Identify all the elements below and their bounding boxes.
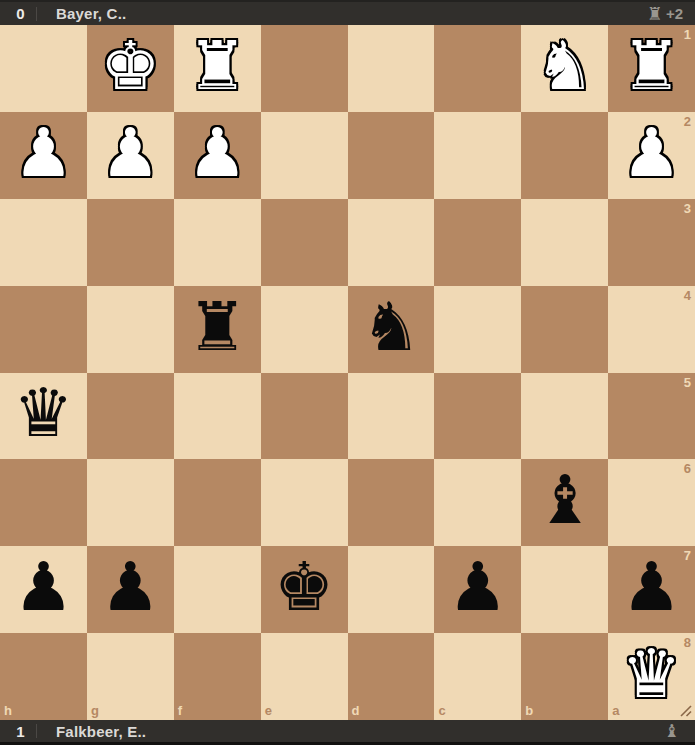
rank-label-2: 2 [684, 115, 691, 128]
square-g1[interactable]: ♚ [87, 25, 174, 112]
top-player-score: 0 [14, 5, 27, 22]
square-a7[interactable]: 7♟ [608, 546, 695, 633]
square-a4[interactable]: 4 [608, 286, 695, 373]
chess-board[interactable]: ♚♜♞1♜♟♟♟2♟3♜♞4♛5♝6♟♟♚♟7♟hgfedcb8a♛ [0, 25, 695, 720]
square-h7[interactable]: ♟ [0, 546, 87, 633]
square-f4[interactable]: ♜ [174, 286, 261, 373]
rank-label-5: 5 [684, 376, 691, 389]
white-queen[interactable]: ♛ [622, 641, 682, 712]
file-label-b: b [525, 704, 533, 717]
white-rook[interactable]: ♜ [187, 33, 247, 104]
black-bishop[interactable]: ♝ [535, 467, 595, 538]
square-b2[interactable] [521, 112, 608, 199]
square-g7[interactable]: ♟ [87, 546, 174, 633]
rank-label-1: 1 [684, 28, 691, 41]
square-g4[interactable] [87, 286, 174, 373]
square-f5[interactable] [174, 373, 261, 460]
square-f2[interactable]: ♟ [174, 112, 261, 199]
black-pawn[interactable]: ♟ [448, 554, 508, 625]
rank-label-6: 6 [684, 462, 691, 475]
square-d1[interactable] [348, 25, 435, 112]
square-h2[interactable]: ♟ [0, 112, 87, 199]
file-label-f: f [178, 704, 182, 717]
square-e8[interactable]: e [261, 633, 348, 720]
square-d4[interactable]: ♞ [348, 286, 435, 373]
top-player-name: Bayer, C.. [56, 5, 126, 22]
square-c3[interactable] [434, 199, 521, 286]
square-f8[interactable]: f [174, 633, 261, 720]
square-h6[interactable] [0, 459, 87, 546]
square-d2[interactable] [348, 112, 435, 199]
square-e1[interactable] [261, 25, 348, 112]
material-advantage: +2 [666, 5, 683, 22]
black-king[interactable]: ♚ [274, 554, 334, 625]
square-h4[interactable] [0, 286, 87, 373]
square-c5[interactable] [434, 373, 521, 460]
file-label-e: e [265, 704, 272, 717]
rank-label-8: 8 [684, 636, 691, 649]
square-g6[interactable] [87, 459, 174, 546]
square-h1[interactable] [0, 25, 87, 112]
square-g8[interactable]: g [87, 633, 174, 720]
square-h5[interactable]: ♛ [0, 373, 87, 460]
square-e5[interactable] [261, 373, 348, 460]
rank-label-3: 3 [684, 202, 691, 215]
white-pawn[interactable]: ♟ [622, 120, 682, 191]
square-e3[interactable] [261, 199, 348, 286]
bottom-material-balance: ♝ [664, 722, 695, 740]
black-rook[interactable]: ♜ [187, 294, 247, 365]
square-h3[interactable] [0, 199, 87, 286]
square-b7[interactable] [521, 546, 608, 633]
square-a3[interactable]: 3 [608, 199, 695, 286]
black-queen[interactable]: ♛ [13, 380, 73, 451]
square-d7[interactable] [348, 546, 435, 633]
square-c1[interactable] [434, 25, 521, 112]
white-pawn[interactable]: ♟ [187, 120, 247, 191]
bottom-player-bar: 1 Falkbeer, E.. ♝ [0, 720, 695, 745]
square-g2[interactable]: ♟ [87, 112, 174, 199]
black-pawn[interactable]: ♟ [13, 554, 73, 625]
white-king[interactable]: ♚ [100, 33, 160, 104]
square-c8[interactable]: c [434, 633, 521, 720]
square-e2[interactable] [261, 112, 348, 199]
square-a5[interactable]: 5 [608, 373, 695, 460]
board-resize-handle[interactable] [678, 703, 693, 718]
file-label-h: h [4, 704, 12, 717]
top-player-bar: 0 Bayer, C.. ♜ +2 [0, 0, 695, 25]
white-pawn[interactable]: ♟ [100, 120, 160, 191]
square-f7[interactable] [174, 546, 261, 633]
square-d8[interactable]: d [348, 633, 435, 720]
black-knight[interactable]: ♞ [361, 294, 421, 365]
square-e4[interactable] [261, 286, 348, 373]
bottom-player-name: Falkbeer, E.. [56, 723, 146, 740]
square-c2[interactable] [434, 112, 521, 199]
square-e6[interactable] [261, 459, 348, 546]
rank-label-7: 7 [684, 549, 691, 562]
white-pawn[interactable]: ♟ [13, 120, 73, 191]
square-a1[interactable]: 1♜ [608, 25, 695, 112]
top-material-balance: ♜ +2 [647, 5, 695, 23]
square-f3[interactable] [174, 199, 261, 286]
white-knight[interactable]: ♞ [535, 33, 595, 104]
file-label-d: d [352, 704, 360, 717]
square-b1[interactable]: ♞ [521, 25, 608, 112]
square-c4[interactable] [434, 286, 521, 373]
rank-label-4: 4 [684, 289, 691, 302]
square-b3[interactable] [521, 199, 608, 286]
square-d5[interactable] [348, 373, 435, 460]
captured-bishop-icon: ♝ [664, 722, 680, 740]
black-pawn[interactable]: ♟ [100, 554, 160, 625]
square-c6[interactable] [434, 459, 521, 546]
square-d3[interactable] [348, 199, 435, 286]
square-f6[interactable] [174, 459, 261, 546]
captured-rook-icon: ♜ [647, 5, 663, 23]
white-rook[interactable]: ♜ [622, 33, 682, 104]
square-d6[interactable] [348, 459, 435, 546]
black-pawn[interactable]: ♟ [622, 554, 682, 625]
file-label-g: g [91, 704, 99, 717]
bottom-player-score: 1 [14, 723, 27, 740]
square-h8[interactable]: h [0, 633, 87, 720]
square-a6[interactable]: 6 [608, 459, 695, 546]
file-label-a: a [612, 704, 619, 717]
square-b8[interactable]: b [521, 633, 608, 720]
square-b4[interactable] [521, 286, 608, 373]
square-c7[interactable]: ♟ [434, 546, 521, 633]
file-label-c: c [438, 704, 445, 717]
top-bar-divider [36, 7, 37, 21]
square-g5[interactable] [87, 373, 174, 460]
square-b6[interactable]: ♝ [521, 459, 608, 546]
square-f1[interactable]: ♜ [174, 25, 261, 112]
square-e7[interactable]: ♚ [261, 546, 348, 633]
square-b5[interactable] [521, 373, 608, 460]
square-g3[interactable] [87, 199, 174, 286]
square-a2[interactable]: 2♟ [608, 112, 695, 199]
bottom-bar-divider [36, 724, 37, 738]
